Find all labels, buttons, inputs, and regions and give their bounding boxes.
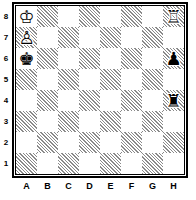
rank-label: 8 [0, 6, 12, 27]
black-pawn-h6[interactable]: ♟ [165, 48, 181, 69]
square-f8[interactable] [121, 6, 142, 27]
square-a1[interactable] [16, 153, 37, 174]
file-label: G [142, 181, 163, 191]
square-d8[interactable] [79, 6, 100, 27]
square-d3[interactable] [79, 111, 100, 132]
black-rook-h4[interactable]: ♜ [165, 90, 181, 111]
square-f6[interactable] [121, 48, 142, 69]
square-h3[interactable] [163, 111, 184, 132]
file-label: H [163, 181, 184, 191]
square-c8[interactable] [58, 6, 79, 27]
square-a3[interactable] [16, 111, 37, 132]
square-f1[interactable] [121, 153, 142, 174]
square-h2[interactable] [163, 132, 184, 153]
square-d4[interactable] [79, 90, 100, 111]
white-rook-h8[interactable]: ♖ [165, 6, 181, 27]
square-e7[interactable] [100, 27, 121, 48]
rank-label: 4 [0, 90, 12, 111]
black-king-a6[interactable]: ♚ [18, 48, 34, 69]
file-label: F [121, 181, 142, 191]
square-h6[interactable]: ♟ [163, 48, 184, 69]
board-frame: ♔♖♙♚♟♜ [12, 2, 188, 178]
chess-board: ♔♖♙♚♟♜ [15, 5, 185, 175]
square-c2[interactable] [58, 132, 79, 153]
square-e5[interactable] [100, 69, 121, 90]
chess-diagram: 8 7 6 5 4 3 2 1 ♔♖♙♚♟♜ A B C D E F G H [0, 0, 196, 200]
rank-label: 5 [0, 69, 12, 90]
square-f7[interactable] [121, 27, 142, 48]
square-e8[interactable] [100, 6, 121, 27]
square-b3[interactable] [37, 111, 58, 132]
rank-label: 2 [0, 132, 12, 153]
square-h8[interactable]: ♖ [163, 6, 184, 27]
square-c5[interactable] [58, 69, 79, 90]
square-e2[interactable] [100, 132, 121, 153]
square-d5[interactable] [79, 69, 100, 90]
rank-label: 7 [0, 27, 12, 48]
file-label: D [79, 181, 100, 191]
square-g1[interactable] [142, 153, 163, 174]
square-h4[interactable]: ♜ [163, 90, 184, 111]
square-b5[interactable] [37, 69, 58, 90]
square-d7[interactable] [79, 27, 100, 48]
square-c4[interactable] [58, 90, 79, 111]
white-king-a8[interactable]: ♔ [18, 6, 34, 27]
square-b2[interactable] [37, 132, 58, 153]
square-a2[interactable] [16, 132, 37, 153]
file-label: E [100, 181, 121, 191]
square-a4[interactable] [16, 90, 37, 111]
square-f3[interactable] [121, 111, 142, 132]
square-c1[interactable] [58, 153, 79, 174]
square-a8[interactable]: ♔ [16, 6, 37, 27]
square-e4[interactable] [100, 90, 121, 111]
square-f2[interactable] [121, 132, 142, 153]
square-f4[interactable] [121, 90, 142, 111]
square-e3[interactable] [100, 111, 121, 132]
file-label: C [58, 181, 79, 191]
square-a6[interactable]: ♚ [16, 48, 37, 69]
square-b6[interactable] [37, 48, 58, 69]
square-d1[interactable] [79, 153, 100, 174]
square-h1[interactable] [163, 153, 184, 174]
square-b1[interactable] [37, 153, 58, 174]
square-g6[interactable] [142, 48, 163, 69]
square-c7[interactable] [58, 27, 79, 48]
white-pawn-a7[interactable]: ♙ [18, 27, 34, 48]
square-e1[interactable] [100, 153, 121, 174]
square-a7[interactable]: ♙ [16, 27, 37, 48]
square-g4[interactable] [142, 90, 163, 111]
square-g3[interactable] [142, 111, 163, 132]
square-g2[interactable] [142, 132, 163, 153]
square-g7[interactable] [142, 27, 163, 48]
square-g5[interactable] [142, 69, 163, 90]
square-c3[interactable] [58, 111, 79, 132]
square-d2[interactable] [79, 132, 100, 153]
square-f5[interactable] [121, 69, 142, 90]
square-h7[interactable] [163, 27, 184, 48]
file-label: B [37, 181, 58, 191]
square-c6[interactable] [58, 48, 79, 69]
square-d6[interactable] [79, 48, 100, 69]
file-labels: A B C D E F G H [16, 181, 196, 191]
rank-labels: 8 7 6 5 4 3 2 1 [0, 2, 12, 174]
rank-label: 3 [0, 111, 12, 132]
square-g8[interactable] [142, 6, 163, 27]
rank-label: 1 [0, 153, 12, 174]
rank-label: 6 [0, 48, 12, 69]
square-b4[interactable] [37, 90, 58, 111]
square-e6[interactable] [100, 48, 121, 69]
square-h5[interactable] [163, 69, 184, 90]
square-b8[interactable] [37, 6, 58, 27]
square-b7[interactable] [37, 27, 58, 48]
square-a5[interactable] [16, 69, 37, 90]
file-label: A [16, 181, 37, 191]
